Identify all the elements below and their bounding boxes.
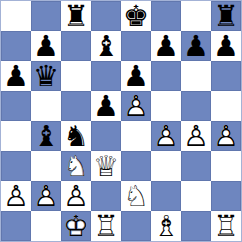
piece-black-queen[interactable]: ♛ [31,61,61,91]
square-d8[interactable] [91,1,121,31]
black-pawn-glyph: ♟ [151,31,181,61]
white-pawn-outline-glyph: ♙ [61,181,91,211]
square-d4[interactable] [91,121,121,151]
square-b5[interactable] [31,91,61,121]
square-e3[interactable] [121,151,151,181]
square-e8[interactable]: ♚ [121,1,151,31]
square-b2[interactable]: ♟♙ [31,181,61,211]
piece-white-knight[interactable]: ♞♘ [121,181,151,211]
piece-white-pawn[interactable]: ♟♙ [61,181,91,211]
square-h1[interactable]: ♜♖ [211,211,241,241]
piece-white-rook[interactable]: ♜♖ [91,211,121,241]
piece-black-king[interactable]: ♚ [121,1,151,31]
square-e6[interactable]: ♟ [121,61,151,91]
piece-black-pawn[interactable]: ♟ [121,61,151,91]
piece-black-bishop[interactable]: ♝ [91,31,121,61]
square-e4[interactable] [121,121,151,151]
square-e7[interactable] [121,31,151,61]
white-rook-outline-glyph: ♖ [91,211,121,241]
square-g3[interactable] [181,151,211,181]
square-g6[interactable] [181,61,211,91]
white-rook-outline-glyph: ♖ [211,211,241,241]
square-a3[interactable] [1,151,31,181]
black-pawn-glyph: ♟ [181,31,211,61]
square-d7[interactable]: ♝ [91,31,121,61]
white-bishop-outline-glyph: ♗ [151,211,181,241]
black-rook-glyph: ♜ [61,1,91,31]
piece-white-bishop[interactable]: ♝♗ [151,211,181,241]
square-b3[interactable] [31,151,61,181]
square-h7[interactable]: ♟ [211,31,241,61]
white-pawn-outline-glyph: ♙ [211,121,241,151]
piece-white-rook[interactable]: ♜♖ [211,211,241,241]
piece-black-pawn[interactable]: ♟ [211,31,241,61]
piece-black-rook[interactable]: ♜ [211,1,241,31]
screenshot-stage: ♜♚♜♟♝♟♟♟♟♛♟♟♟♙♝♞♟♙♟♙♟♙♞♘♛♕♟♙♟♙♟♙♞♘♚♔♜♖♝♗… [0,0,242,242]
black-pawn-glyph: ♟ [121,61,151,91]
square-c5[interactable] [61,91,91,121]
white-pawn-outline-glyph: ♙ [121,91,151,121]
piece-white-pawn[interactable]: ♟♙ [211,121,241,151]
piece-black-knight[interactable]: ♞ [61,121,91,151]
chess-board: ♜♚♜♟♝♟♟♟♟♛♟♟♟♙♝♞♟♙♟♙♟♙♞♘♛♕♟♙♟♙♟♙♞♘♚♔♜♖♝♗… [0,0,242,242]
square-h4[interactable]: ♟♙ [211,121,241,151]
square-f2[interactable] [151,181,181,211]
black-pawn-glyph: ♟ [211,31,241,61]
square-d1[interactable]: ♜♖ [91,211,121,241]
white-pawn-outline-glyph: ♙ [31,181,61,211]
black-pawn-glyph: ♟ [31,31,61,61]
piece-white-pawn[interactable]: ♟♙ [181,121,211,151]
white-pawn-outline-glyph: ♙ [1,181,31,211]
square-h6[interactable] [211,61,241,91]
square-c8[interactable]: ♜ [61,1,91,31]
black-knight-glyph: ♞ [61,121,91,151]
square-g5[interactable] [181,91,211,121]
square-g2[interactable] [181,181,211,211]
piece-black-pawn[interactable]: ♟ [181,31,211,61]
square-g1[interactable] [181,211,211,241]
white-knight-outline-glyph: ♘ [121,181,151,211]
white-queen-outline-glyph: ♕ [91,151,121,181]
square-c7[interactable] [61,31,91,61]
square-c2[interactable]: ♟♙ [61,181,91,211]
piece-white-pawn[interactable]: ♟♙ [31,181,61,211]
square-f5[interactable] [151,91,181,121]
square-b7[interactable]: ♟ [31,31,61,61]
square-h8[interactable]: ♜ [211,1,241,31]
square-f7[interactable]: ♟ [151,31,181,61]
piece-white-pawn[interactable]: ♟♙ [1,181,31,211]
black-pawn-glyph: ♟ [91,91,121,121]
piece-white-pawn[interactable]: ♟♙ [121,91,151,121]
square-d2[interactable] [91,181,121,211]
square-b6[interactable]: ♛ [31,61,61,91]
square-e5[interactable]: ♟♙ [121,91,151,121]
square-h2[interactable] [211,181,241,211]
black-rook-glyph: ♜ [211,1,241,31]
square-d3[interactable]: ♛♕ [91,151,121,181]
square-a8[interactable] [1,1,31,31]
square-d5[interactable]: ♟ [91,91,121,121]
square-a5[interactable] [1,91,31,121]
square-c6[interactable] [61,61,91,91]
square-c4[interactable]: ♞ [61,121,91,151]
piece-white-queen[interactable]: ♛♕ [91,151,121,181]
piece-black-bishop[interactable]: ♝ [31,121,61,151]
piece-white-knight[interactable]: ♞♘ [61,151,91,181]
square-b4[interactable]: ♝ [31,121,61,151]
square-a6[interactable]: ♟ [1,61,31,91]
square-a7[interactable] [1,31,31,61]
square-a1[interactable] [1,211,31,241]
white-pawn-outline-glyph: ♙ [151,121,181,151]
black-king-glyph: ♚ [121,1,151,31]
white-pawn-outline-glyph: ♙ [181,121,211,151]
square-e2[interactable]: ♞♘ [121,181,151,211]
square-g4[interactable]: ♟♙ [181,121,211,151]
square-f8[interactable] [151,1,181,31]
square-f3[interactable] [151,151,181,181]
black-bishop-glyph: ♝ [31,121,61,151]
piece-black-pawn[interactable]: ♟ [1,61,31,91]
piece-black-pawn[interactable]: ♟ [151,31,181,61]
square-a2[interactable]: ♟♙ [1,181,31,211]
piece-black-pawn[interactable]: ♟ [91,91,121,121]
square-a4[interactable] [1,121,31,151]
square-e1[interactable] [121,211,151,241]
square-f1[interactable]: ♝♗ [151,211,181,241]
square-g8[interactable] [181,1,211,31]
square-h3[interactable] [211,151,241,181]
white-knight-outline-glyph: ♘ [61,151,91,181]
square-c1[interactable]: ♚♔ [61,211,91,241]
piece-black-rook[interactable]: ♜ [61,1,91,31]
black-bishop-glyph: ♝ [91,31,121,61]
black-pawn-glyph: ♟ [1,61,31,91]
black-queen-glyph: ♛ [31,61,61,91]
square-f6[interactable] [151,61,181,91]
piece-white-pawn[interactable]: ♟♙ [151,121,181,151]
square-b8[interactable] [31,1,61,31]
square-c3[interactable]: ♞♘ [61,151,91,181]
square-b1[interactable] [31,211,61,241]
square-g7[interactable]: ♟ [181,31,211,61]
piece-white-king[interactable]: ♚♔ [61,211,91,241]
piece-black-pawn[interactable]: ♟ [31,31,61,61]
square-d6[interactable] [91,61,121,91]
white-king-outline-glyph: ♔ [61,211,91,241]
square-h5[interactable] [211,91,241,121]
square-f4[interactable]: ♟♙ [151,121,181,151]
